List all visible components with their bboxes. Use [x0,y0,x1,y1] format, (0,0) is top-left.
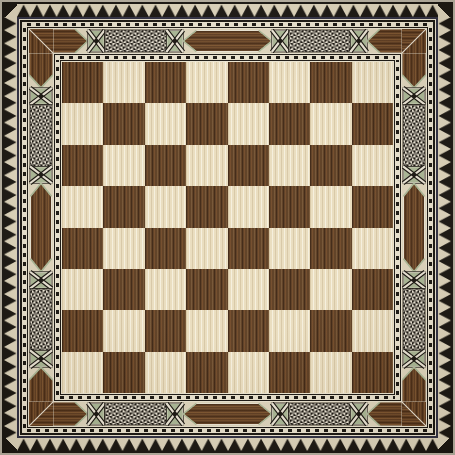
square-c5[interactable] [145,186,186,227]
square-a7[interactable] [62,103,103,144]
square-c4[interactable] [145,228,186,269]
square-a1[interactable] [62,352,103,393]
square-d1[interactable] [186,352,227,393]
dash-strip [429,27,432,428]
square-f2[interactable] [269,310,310,351]
square-h2[interactable] [352,310,393,351]
mosaic-corner-icon [29,402,53,426]
sawtooth-corner-icon [438,438,451,451]
square-b7[interactable] [103,103,144,144]
square-h3[interactable] [352,269,393,310]
square-a3[interactable] [62,269,103,310]
square-f8[interactable] [269,62,310,103]
square-d5[interactable] [186,186,227,227]
sawtooth-band-bottom [17,438,438,451]
square-d6[interactable] [186,145,227,186]
square-h6[interactable] [352,145,393,186]
square-c8[interactable] [145,62,186,103]
square-f6[interactable] [269,145,310,186]
square-c7[interactable] [145,103,186,144]
dash-strip [60,56,395,59]
square-c6[interactable] [145,145,186,186]
square-g1[interactable] [310,352,351,393]
square-h5[interactable] [352,186,393,227]
square-g7[interactable] [310,103,351,144]
square-g4[interactable] [310,228,351,269]
square-h7[interactable] [352,103,393,144]
mosaic-corner-icon [402,29,426,53]
square-g5[interactable] [310,186,351,227]
square-f3[interactable] [269,269,310,310]
square-d4[interactable] [186,228,227,269]
square-e3[interactable] [228,269,269,310]
square-g2[interactable] [310,310,351,351]
square-e6[interactable] [228,145,269,186]
square-e7[interactable] [228,103,269,144]
square-b4[interactable] [103,228,144,269]
sawtooth-band-top [17,4,438,17]
square-c1[interactable] [145,352,186,393]
square-b2[interactable] [103,310,144,351]
square-b6[interactable] [103,145,144,186]
dash-strip [396,60,399,395]
dash-strip [27,23,428,26]
mosaic-edge-left [29,53,53,402]
sawtooth-band-left [4,17,17,438]
square-d2[interactable] [186,310,227,351]
square-e5[interactable] [228,186,269,227]
sawtooth-corner-icon [438,4,451,17]
square-g3[interactable] [310,269,351,310]
square-a6[interactable] [62,145,103,186]
mosaic-edge-bottom [53,402,402,426]
square-h1[interactable] [352,352,393,393]
dash-strip [60,396,395,399]
square-d8[interactable] [186,62,227,103]
dash-strip [27,429,428,432]
square-b3[interactable] [103,269,144,310]
square-e2[interactable] [228,310,269,351]
square-g6[interactable] [310,145,351,186]
square-a8[interactable] [62,62,103,103]
dash-strip [23,27,26,428]
dash-strip [56,60,59,395]
mosaic-corner-icon [402,402,426,426]
square-a4[interactable] [62,228,103,269]
square-a2[interactable] [62,310,103,351]
square-f5[interactable] [269,186,310,227]
sawtooth-corner-icon [4,438,17,451]
square-d7[interactable] [186,103,227,144]
sawtooth-corner-icon [4,4,17,17]
mosaic-corner-icon [29,29,53,53]
board-field [62,62,393,393]
square-a5[interactable] [62,186,103,227]
square-b8[interactable] [103,62,144,103]
square-h8[interactable] [352,62,393,103]
square-e4[interactable] [228,228,269,269]
square-f1[interactable] [269,352,310,393]
square-c3[interactable] [145,269,186,310]
square-d3[interactable] [186,269,227,310]
sawtooth-band-right [438,17,451,438]
square-e8[interactable] [228,62,269,103]
mosaic-edge-top [53,29,402,53]
chess-board [0,0,455,455]
square-b5[interactable] [103,186,144,227]
square-c2[interactable] [145,310,186,351]
square-f7[interactable] [269,103,310,144]
square-h4[interactable] [352,228,393,269]
square-e1[interactable] [228,352,269,393]
mosaic-edge-right [402,53,426,402]
square-g8[interactable] [310,62,351,103]
square-b1[interactable] [103,352,144,393]
square-f4[interactable] [269,228,310,269]
